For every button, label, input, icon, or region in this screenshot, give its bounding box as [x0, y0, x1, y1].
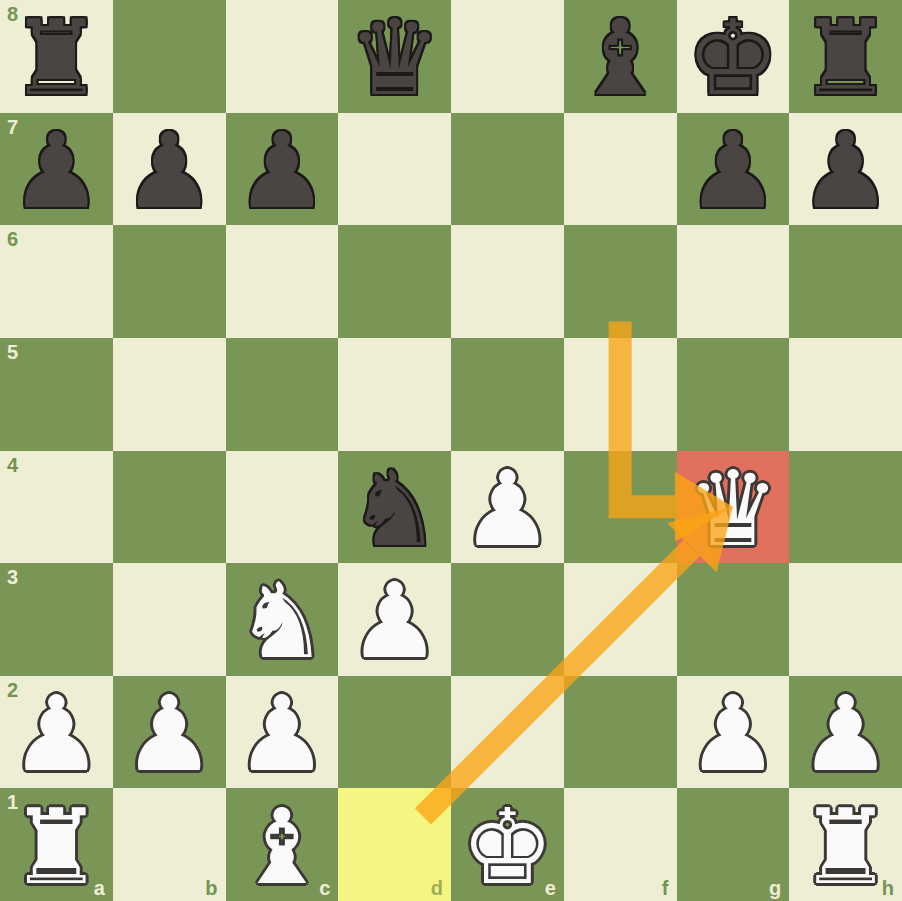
square-h5[interactable] [789, 338, 902, 451]
square-g1[interactable]: g [677, 788, 790, 901]
white-pawn-g2[interactable]: ♟ [686, 682, 779, 786]
black-pawn-g7[interactable]: ♟ [686, 119, 779, 223]
square-d4[interactable]: ♞ [338, 451, 451, 564]
white-pawn-h2[interactable]: ♟ [799, 682, 892, 786]
file-label-g: g [769, 878, 781, 898]
square-g6[interactable] [677, 225, 790, 338]
square-a4[interactable]: 4 [0, 451, 113, 564]
white-pawn-e4[interactable]: ♟ [461, 457, 554, 561]
square-h2[interactable]: ♟ [789, 676, 902, 789]
file-label-d: d [431, 878, 443, 898]
square-f8[interactable]: ♝ [564, 0, 677, 113]
chess-board: 8♜♛♝♚♜7♟♟♟♟♟654♞♟♛3♞♟2♟♟♟♟♟1a♜bc♝de♚fgh♜ [0, 0, 902, 901]
square-g2[interactable]: ♟ [677, 676, 790, 789]
black-knight-d4[interactable]: ♞ [348, 457, 441, 561]
square-a8[interactable]: 8♜ [0, 0, 113, 113]
square-a2[interactable]: 2♟ [0, 676, 113, 789]
square-f2[interactable] [564, 676, 677, 789]
square-b7[interactable]: ♟ [113, 113, 226, 226]
black-pawn-b7[interactable]: ♟ [123, 119, 216, 223]
black-pawn-h7[interactable]: ♟ [799, 119, 892, 223]
square-a3[interactable]: 3 [0, 563, 113, 676]
square-d6[interactable] [338, 225, 451, 338]
square-d3[interactable]: ♟ [338, 563, 451, 676]
white-king-e1[interactable]: ♚ [461, 795, 554, 899]
square-c5[interactable] [226, 338, 339, 451]
white-rook-h1[interactable]: ♜ [799, 795, 892, 899]
black-king-g8[interactable]: ♚ [686, 6, 779, 110]
square-g3[interactable] [677, 563, 790, 676]
square-e6[interactable] [451, 225, 564, 338]
square-h4[interactable] [789, 451, 902, 564]
rank-label-5: 5 [7, 342, 18, 362]
file-label-f: f [662, 878, 669, 898]
square-b8[interactable] [113, 0, 226, 113]
square-a6[interactable]: 6 [0, 225, 113, 338]
rank-label-4: 4 [7, 455, 18, 475]
square-c6[interactable] [226, 225, 339, 338]
white-pawn-c2[interactable]: ♟ [235, 682, 328, 786]
square-f7[interactable] [564, 113, 677, 226]
square-c7[interactable]: ♟ [226, 113, 339, 226]
white-bishop-c1[interactable]: ♝ [235, 795, 328, 899]
black-rook-h8[interactable]: ♜ [799, 6, 892, 110]
square-a1[interactable]: 1a♜ [0, 788, 113, 901]
square-f5[interactable] [564, 338, 677, 451]
square-c8[interactable] [226, 0, 339, 113]
square-g4[interactable]: ♛ [677, 451, 790, 564]
square-d2[interactable] [338, 676, 451, 789]
square-c4[interactable] [226, 451, 339, 564]
white-pawn-d3[interactable]: ♟ [348, 569, 441, 673]
square-e7[interactable] [451, 113, 564, 226]
square-b3[interactable] [113, 563, 226, 676]
square-e5[interactable] [451, 338, 564, 451]
square-b6[interactable] [113, 225, 226, 338]
square-b4[interactable] [113, 451, 226, 564]
black-bishop-f8[interactable]: ♝ [574, 6, 667, 110]
white-rook-a1[interactable]: ♜ [10, 795, 103, 899]
square-g8[interactable]: ♚ [677, 0, 790, 113]
black-rook-a8[interactable]: ♜ [10, 6, 103, 110]
square-b5[interactable] [113, 338, 226, 451]
white-knight-c3[interactable]: ♞ [235, 569, 328, 673]
square-d8[interactable]: ♛ [338, 0, 451, 113]
square-d1[interactable]: d [338, 788, 451, 901]
square-h8[interactable]: ♜ [789, 0, 902, 113]
square-g7[interactable]: ♟ [677, 113, 790, 226]
square-a7[interactable]: 7♟ [0, 113, 113, 226]
square-h6[interactable] [789, 225, 902, 338]
square-e2[interactable] [451, 676, 564, 789]
square-e3[interactable] [451, 563, 564, 676]
square-f4[interactable] [564, 451, 677, 564]
square-e1[interactable]: e♚ [451, 788, 564, 901]
black-queen-d8[interactable]: ♛ [348, 6, 441, 110]
black-pawn-a7[interactable]: ♟ [10, 119, 103, 223]
rank-label-6: 6 [7, 229, 18, 249]
square-f3[interactable] [564, 563, 677, 676]
square-c3[interactable]: ♞ [226, 563, 339, 676]
square-f6[interactable] [564, 225, 677, 338]
white-queen-g4[interactable]: ♛ [686, 457, 779, 561]
square-f1[interactable]: f [564, 788, 677, 901]
square-h7[interactable]: ♟ [789, 113, 902, 226]
white-pawn-a2[interactable]: ♟ [10, 682, 103, 786]
black-pawn-c7[interactable]: ♟ [235, 119, 328, 223]
square-h1[interactable]: h♜ [789, 788, 902, 901]
square-g5[interactable] [677, 338, 790, 451]
square-h3[interactable] [789, 563, 902, 676]
file-label-b: b [205, 878, 217, 898]
square-b2[interactable]: ♟ [113, 676, 226, 789]
square-e4[interactable]: ♟ [451, 451, 564, 564]
square-d5[interactable] [338, 338, 451, 451]
square-b1[interactable]: b [113, 788, 226, 901]
square-e8[interactable] [451, 0, 564, 113]
square-c2[interactable]: ♟ [226, 676, 339, 789]
white-pawn-b2[interactable]: ♟ [123, 682, 216, 786]
square-d7[interactable] [338, 113, 451, 226]
square-a5[interactable]: 5 [0, 338, 113, 451]
square-c1[interactable]: c♝ [226, 788, 339, 901]
rank-label-3: 3 [7, 567, 18, 587]
